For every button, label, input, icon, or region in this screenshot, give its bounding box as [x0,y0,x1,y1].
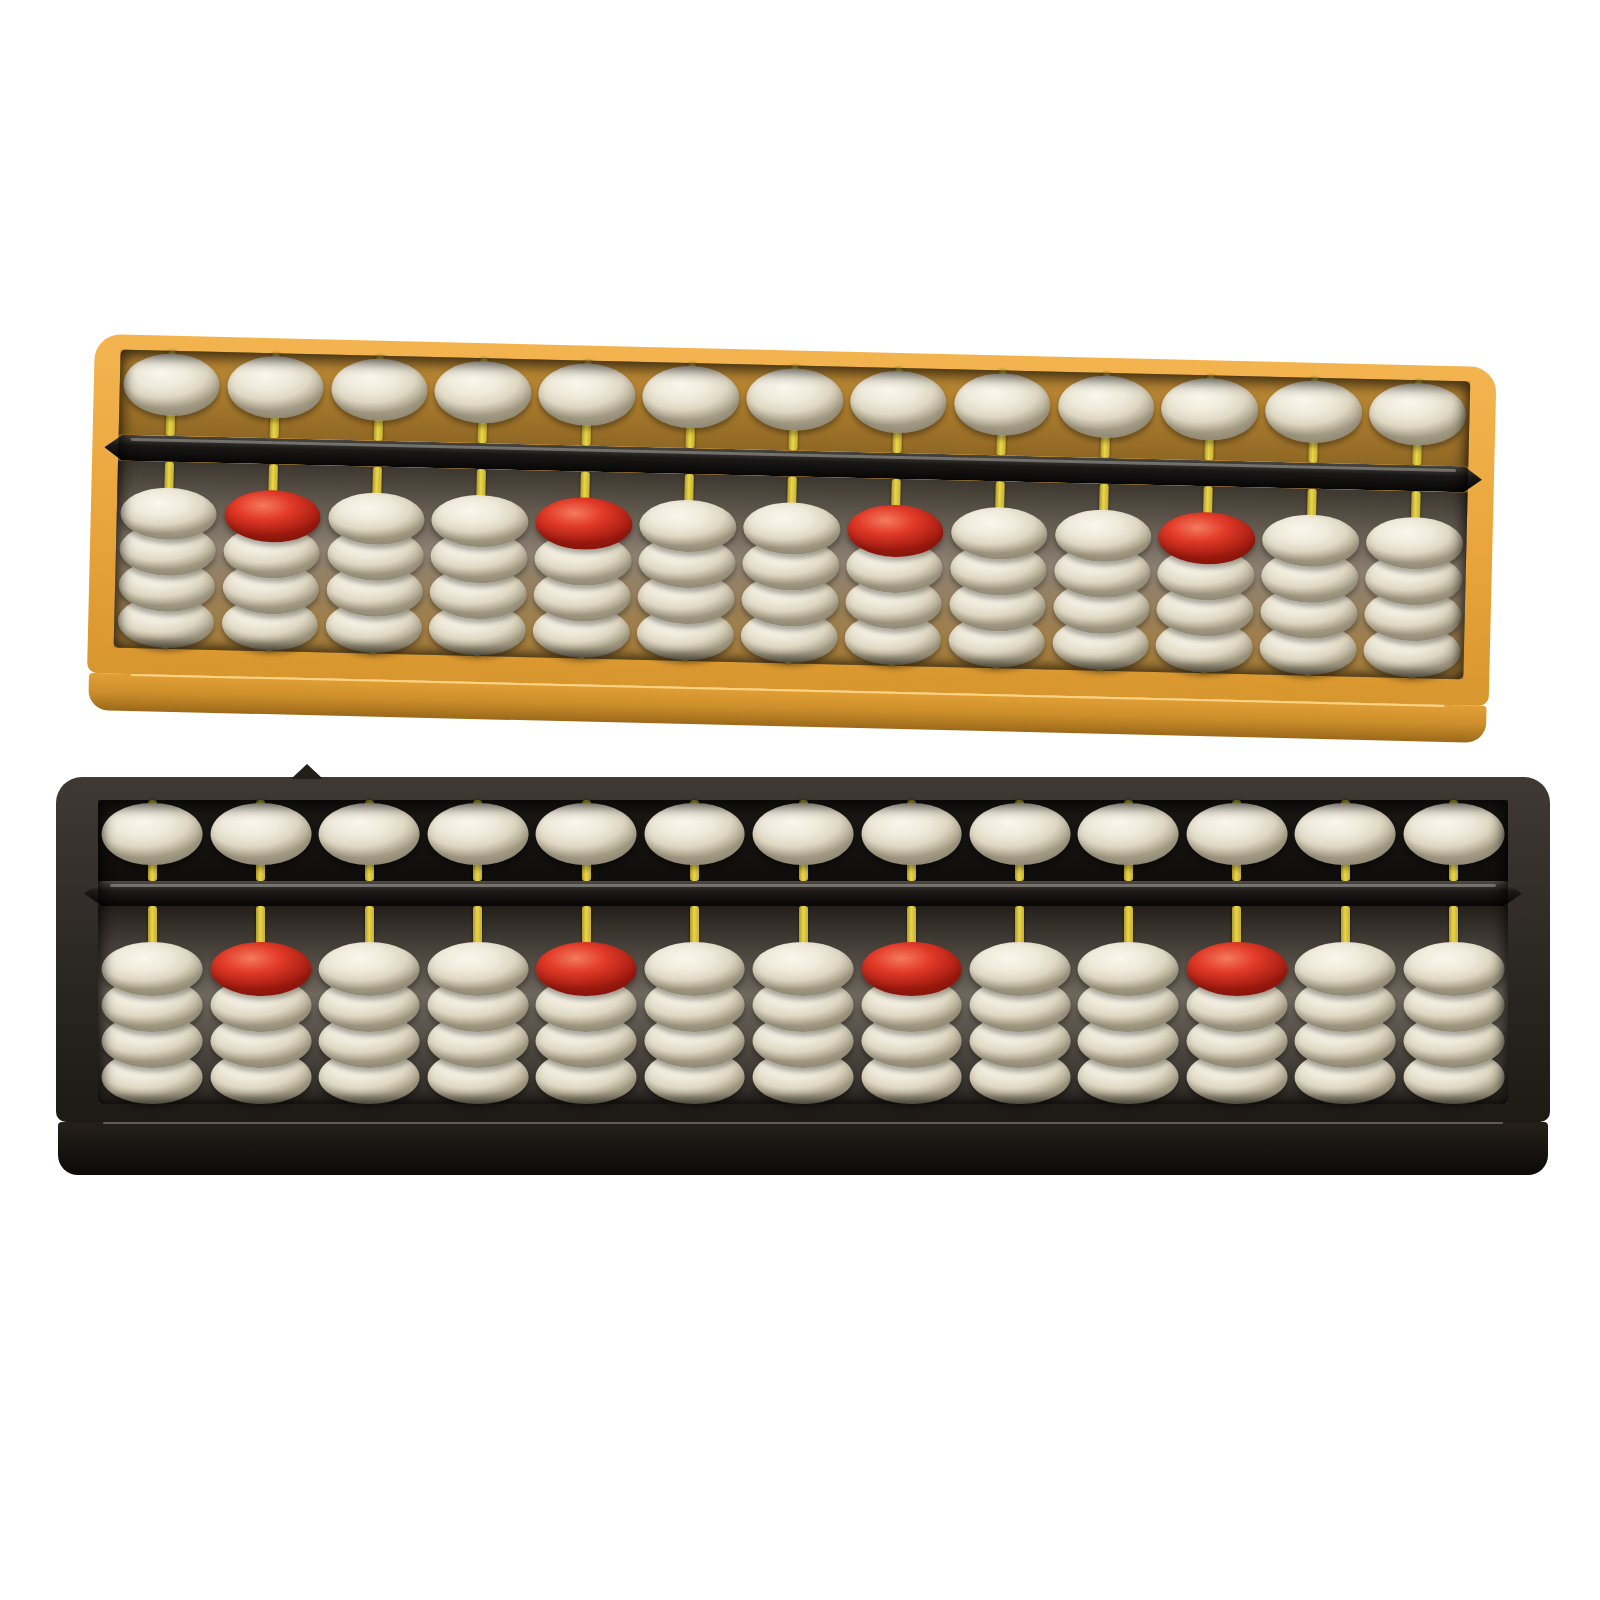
heaven-bead-rod-6[interactable] [644,803,745,865]
rod-12-lower-column [1291,906,1399,1104]
heaven-bead-rod-4[interactable] [427,803,528,865]
rod-7-upper-column [742,364,848,451]
rod-5-lower-column [529,470,637,659]
earth-bead-rod-3-pos-1[interactable] [319,942,420,996]
rod-13-lower-column [1359,490,1467,679]
rod-12-lower-column [1256,487,1364,676]
rod-9-upper-column [966,800,1074,881]
rod-6-upper-column [640,800,748,881]
rod-11-upper-column [1157,374,1263,461]
abacus-yellow-soroban [86,334,1496,743]
heaven-bead-rod-6[interactable] [642,365,740,429]
earth-bead-rod-10-pos-1[interactable] [1078,942,1179,996]
frame-top-face [87,334,1497,706]
earth-bead-rod-12-pos-1[interactable] [1295,942,1396,996]
earth-bead-rod-13-pos-1[interactable] [1403,942,1504,996]
rod-11-lower-column [1152,485,1260,674]
earth-bead-rod-4-pos-1[interactable] [427,942,528,996]
rod-1-lower-column [114,461,222,650]
rod-10-upper-column [1074,800,1182,881]
heaven-bead-rod-3[interactable] [319,803,420,865]
rod-1-upper-column [119,350,225,437]
abacus-black-soroban [56,777,1550,1175]
earth-bead-rod-9-pos-1[interactable] [970,942,1071,996]
heaven-bead-rod-10[interactable] [1078,803,1179,865]
unit-marker-earth-bead-rod-5-pos-1[interactable] [536,942,637,996]
rod-8-lower-column [840,478,948,667]
heaven-bead-rod-2[interactable] [210,803,311,865]
rod-3-lower-column [315,906,423,1104]
heaven-bead-rod-9[interactable] [953,372,1051,436]
earth-bead-rod-1-pos-1[interactable] [102,942,203,996]
rod-10-lower-column [1048,483,1156,672]
heaven-bead-rod-3[interactable] [330,358,428,422]
mold-tab [291,764,323,779]
rod-12-upper-column [1261,377,1367,464]
heaven-bead-rod-13[interactable] [1403,803,1504,865]
heaven-bead-rod-1[interactable] [102,803,203,865]
rod-11-lower-column [1183,906,1291,1104]
rod-6-lower-column [640,906,748,1104]
rod-13-upper-column [1400,800,1508,881]
rod-13-upper-column [1364,379,1470,466]
unit-marker-earth-bead-rod-2-pos-1[interactable] [210,942,311,996]
earth-bead-rod-7-pos-1[interactable] [753,942,854,996]
earth-bead-rod-6-pos-1[interactable] [644,942,745,996]
frame-front-face [58,1122,1548,1175]
heaven-bead-rod-9[interactable] [970,803,1071,865]
rod-5-lower-column [532,906,640,1104]
rod-2-lower-column [217,463,325,652]
unit-marker-earth-bead-rod-8-pos-1[interactable] [861,942,962,996]
lower-deck-earth-beads [98,906,1508,1104]
rod-13-lower-column [1400,906,1508,1104]
heaven-bead-rod-10[interactable] [1057,375,1155,439]
heaven-bead-rod-4[interactable] [434,360,532,424]
rod-7-upper-column [749,800,857,881]
rod-1-upper-column [98,800,206,881]
frame-top-face [56,777,1550,1122]
heaven-bead-rod-7[interactable] [746,367,844,431]
heaven-bead-rod-2[interactable] [227,355,325,419]
rod-2-upper-column [206,800,314,881]
rod-6-lower-column [633,473,741,662]
heaven-bead-rod-13[interactable] [1369,382,1467,446]
heaven-bead-rod-1[interactable] [123,353,221,417]
heaven-bead-rod-7[interactable] [753,803,854,865]
rod-7-lower-column [737,475,845,664]
rod-1-lower-column [98,906,206,1104]
rod-3-lower-column [321,465,429,654]
rod-10-upper-column [1053,372,1159,459]
heaven-bead-rod-12[interactable] [1295,803,1396,865]
heaven-bead-rod-11[interactable] [1186,803,1287,865]
rod-8-upper-column [857,800,965,881]
rod-2-upper-column [222,352,328,439]
heaven-bead-rod-12[interactable] [1265,380,1363,444]
bead-well [98,800,1508,1104]
rod-9-lower-column [966,906,1074,1104]
lower-deck-earth-beads [114,461,1468,680]
rod-10-lower-column [1074,906,1182,1104]
rod-9-upper-column [949,369,1055,456]
heaven-bead-rod-5[interactable] [536,803,637,865]
rod-6-upper-column [638,362,744,449]
heaven-bead-rod-8[interactable] [861,803,962,865]
rod-11-upper-column [1183,800,1291,881]
rod-8-upper-column [845,367,951,454]
heaven-bead-rod-8[interactable] [849,370,947,434]
unit-marker-earth-bead-rod-11-pos-1[interactable] [1186,942,1287,996]
rod-12-upper-column [1291,800,1399,881]
rod-9-lower-column [944,480,1052,669]
upper-deck-heaven-beads [98,800,1508,881]
rod-8-lower-column [857,906,965,1104]
rod-3-upper-column [326,355,432,442]
rod-5-upper-column [534,359,640,446]
heaven-bead-rod-11[interactable] [1161,377,1259,441]
rod-5-upper-column [532,800,640,881]
heaven-bead-rod-5[interactable] [538,362,636,426]
rod-4-upper-column [430,357,536,444]
rod-2-lower-column [206,906,314,1104]
rod-7-lower-column [749,906,857,1104]
bead-well [114,350,1471,680]
reckoning-beam [84,881,1522,906]
rod-4-upper-column [423,800,531,881]
rod-3-upper-column [315,800,423,881]
rod-4-lower-column [423,906,531,1104]
rod-4-lower-column [425,468,533,657]
